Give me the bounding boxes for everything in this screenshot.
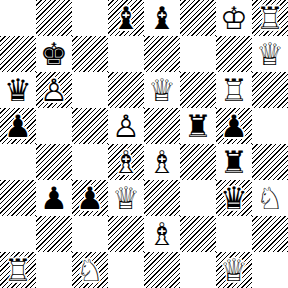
square-b2[interactable] xyxy=(36,216,72,252)
square-f3[interactable] xyxy=(180,180,216,216)
square-a6[interactable]: ♛♛ xyxy=(0,72,36,108)
square-a5[interactable]: ♟♟ xyxy=(0,108,36,144)
piece-glyph: ♜ xyxy=(220,144,248,180)
piece-white-rook: ♜♖ xyxy=(0,252,36,288)
piece-glyph: ♟ xyxy=(40,180,68,216)
square-a2[interactable] xyxy=(0,216,36,252)
square-d1[interactable] xyxy=(108,252,144,288)
piece-white-pawn: ♟♙ xyxy=(108,108,144,144)
square-h5[interactable] xyxy=(252,108,288,144)
square-g1[interactable]: ♛♕ xyxy=(216,252,252,288)
piece-glyph: ♟ xyxy=(76,180,104,216)
piece-black-rook: ♜♜ xyxy=(216,144,252,180)
piece-white-bishop: ♝♗ xyxy=(108,144,144,180)
piece-glyph: ♘ xyxy=(256,180,284,216)
piece-glyph: ♕ xyxy=(148,72,176,108)
piece-glyph: ♗ xyxy=(148,144,176,180)
piece-black-king: ♚♚ xyxy=(36,36,72,72)
piece-glyph: ♕ xyxy=(256,36,284,72)
piece-glyph: ♜ xyxy=(184,108,212,144)
square-c5[interactable] xyxy=(72,108,108,144)
square-g5[interactable]: ♟♟ xyxy=(216,108,252,144)
square-h1[interactable] xyxy=(252,252,288,288)
piece-black-pawn: ♟♟ xyxy=(72,180,108,216)
square-c8[interactable] xyxy=(72,0,108,36)
square-f1[interactable] xyxy=(180,252,216,288)
piece-white-bishop: ♝♗ xyxy=(144,216,180,252)
square-h7[interactable]: ♛♕ xyxy=(252,36,288,72)
square-f6[interactable] xyxy=(180,72,216,108)
piece-black-bishop: ♝♝ xyxy=(108,0,144,36)
piece-glyph: ♗ xyxy=(148,216,176,252)
square-g7[interactable] xyxy=(216,36,252,72)
square-e2[interactable]: ♝♗ xyxy=(144,216,180,252)
square-c7[interactable] xyxy=(72,36,108,72)
piece-white-queen: ♛♕ xyxy=(144,72,180,108)
square-d6[interactable] xyxy=(108,72,144,108)
piece-white-knight: ♞♘ xyxy=(252,180,288,216)
square-e7[interactable] xyxy=(144,36,180,72)
piece-white-knight: ♞♘ xyxy=(72,252,108,288)
square-g8[interactable]: ♚♔ xyxy=(216,0,252,36)
square-c4[interactable] xyxy=(72,144,108,180)
piece-glyph: ♗ xyxy=(112,144,140,180)
piece-black-queen: ♛♛ xyxy=(216,180,252,216)
piece-white-queen: ♛♕ xyxy=(216,252,252,288)
piece-glyph: ♟ xyxy=(220,108,248,144)
square-g3[interactable]: ♛♛ xyxy=(216,180,252,216)
square-d5[interactable]: ♟♙ xyxy=(108,108,144,144)
square-h3[interactable]: ♞♘ xyxy=(252,180,288,216)
square-e1[interactable] xyxy=(144,252,180,288)
square-g6[interactable]: ♜♖ xyxy=(216,72,252,108)
square-c6[interactable] xyxy=(72,72,108,108)
square-f8[interactable] xyxy=(180,0,216,36)
piece-glyph: ♖ xyxy=(4,252,32,288)
square-c3[interactable]: ♟♟ xyxy=(72,180,108,216)
piece-black-rook: ♜♜ xyxy=(180,108,216,144)
square-f5[interactable]: ♜♜ xyxy=(180,108,216,144)
square-b1[interactable] xyxy=(36,252,72,288)
square-e6[interactable]: ♛♕ xyxy=(144,72,180,108)
chess-board: ♝♝♝♝♚♔♜♖♚♚♛♕♛♛♟♙♛♕♜♖♟♟♟♙♜♜♟♟♝♗♝♗♜♜♟♟♟♟♛♕… xyxy=(0,0,288,288)
square-a3[interactable] xyxy=(0,180,36,216)
square-a7[interactable] xyxy=(0,36,36,72)
piece-white-rook: ♜♖ xyxy=(216,72,252,108)
square-d8[interactable]: ♝♝ xyxy=(108,0,144,36)
square-d3[interactable]: ♛♕ xyxy=(108,180,144,216)
piece-glyph: ♚ xyxy=(40,36,68,72)
square-h6[interactable] xyxy=(252,72,288,108)
piece-glyph: ♔ xyxy=(220,0,248,36)
square-g4[interactable]: ♜♜ xyxy=(216,144,252,180)
piece-black-bishop: ♝♝ xyxy=(144,0,180,36)
piece-glyph: ♖ xyxy=(256,0,284,36)
piece-glyph: ♝ xyxy=(148,0,176,36)
square-b8[interactable] xyxy=(36,0,72,36)
square-a8[interactable] xyxy=(0,0,36,36)
square-c1[interactable]: ♞♘ xyxy=(72,252,108,288)
square-a4[interactable] xyxy=(0,144,36,180)
piece-white-pawn: ♟♙ xyxy=(36,72,72,108)
piece-glyph: ♙ xyxy=(40,72,68,108)
square-f2[interactable] xyxy=(180,216,216,252)
piece-glyph: ♕ xyxy=(112,180,140,216)
square-d7[interactable] xyxy=(108,36,144,72)
square-b3[interactable]: ♟♟ xyxy=(36,180,72,216)
square-b4[interactable] xyxy=(36,144,72,180)
piece-white-king: ♚♔ xyxy=(216,0,252,36)
piece-glyph: ♘ xyxy=(76,252,104,288)
piece-glyph: ♕ xyxy=(220,252,248,288)
square-b7[interactable]: ♚♚ xyxy=(36,36,72,72)
piece-glyph: ♝ xyxy=(112,0,140,36)
square-b5[interactable] xyxy=(36,108,72,144)
square-h2[interactable] xyxy=(252,216,288,252)
square-d2[interactable] xyxy=(108,216,144,252)
square-g2[interactable] xyxy=(216,216,252,252)
square-a1[interactable]: ♜♖ xyxy=(0,252,36,288)
square-h8[interactable]: ♜♖ xyxy=(252,0,288,36)
piece-glyph: ♛ xyxy=(4,72,32,108)
square-e8[interactable]: ♝♝ xyxy=(144,0,180,36)
square-e3[interactable] xyxy=(144,180,180,216)
square-b6[interactable]: ♟♙ xyxy=(36,72,72,108)
square-h4[interactable] xyxy=(252,144,288,180)
square-c2[interactable] xyxy=(72,216,108,252)
piece-white-rook: ♜♖ xyxy=(252,0,288,36)
piece-glyph: ♟ xyxy=(4,108,32,144)
piece-white-queen: ♛♕ xyxy=(108,180,144,216)
piece-white-queen: ♛♕ xyxy=(252,36,288,72)
piece-white-bishop: ♝♗ xyxy=(144,144,180,180)
square-d4[interactable]: ♝♗ xyxy=(108,144,144,180)
square-f7[interactable] xyxy=(180,36,216,72)
square-e5[interactable] xyxy=(144,108,180,144)
piece-glyph: ♙ xyxy=(112,108,140,144)
piece-glyph: ♛ xyxy=(220,180,248,216)
piece-black-queen: ♛♛ xyxy=(0,72,36,108)
square-f4[interactable] xyxy=(180,144,216,180)
piece-black-pawn: ♟♟ xyxy=(0,108,36,144)
square-e4[interactable]: ♝♗ xyxy=(144,144,180,180)
piece-black-pawn: ♟♟ xyxy=(216,108,252,144)
piece-glyph: ♖ xyxy=(220,72,248,108)
piece-black-pawn: ♟♟ xyxy=(36,180,72,216)
